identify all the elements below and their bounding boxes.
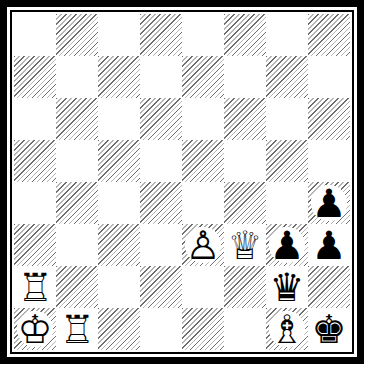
piece-white-queen-icon: ♕ — [224, 224, 266, 266]
piece-black-queen-icon: ♛ — [266, 266, 308, 308]
square-d7[interactable] — [140, 56, 182, 98]
piece-black-pawn-icon: ♟ — [266, 224, 308, 266]
square-e8[interactable] — [182, 14, 224, 56]
square-a7[interactable] — [14, 56, 56, 98]
square-a5[interactable] — [14, 140, 56, 182]
square-c6[interactable] — [98, 98, 140, 140]
square-f2[interactable] — [224, 266, 266, 308]
square-h4[interactable]: ♟ — [308, 182, 350, 224]
square-b2[interactable] — [56, 266, 98, 308]
square-g1[interactable]: ♗ — [266, 308, 308, 350]
square-e3[interactable]: ♙ — [182, 224, 224, 266]
chess-board: ♟♙♕♟♟♖♛♔♖♗♚ — [14, 14, 350, 350]
square-b6[interactable] — [56, 98, 98, 140]
square-a6[interactable] — [14, 98, 56, 140]
square-b5[interactable] — [56, 140, 98, 182]
square-h7[interactable] — [308, 56, 350, 98]
square-d2[interactable] — [140, 266, 182, 308]
square-g3[interactable]: ♟ — [266, 224, 308, 266]
piece-black-pawn-icon: ♟ — [308, 182, 350, 224]
board-frame: ♟♙♕♟♟♖♛♔♖♗♚ — [10, 10, 354, 354]
square-e4[interactable] — [182, 182, 224, 224]
square-a8[interactable] — [14, 14, 56, 56]
square-c5[interactable] — [98, 140, 140, 182]
piece-white-rook-icon: ♖ — [14, 266, 56, 308]
square-b7[interactable] — [56, 56, 98, 98]
square-g5[interactable] — [266, 140, 308, 182]
square-f4[interactable] — [224, 182, 266, 224]
square-h5[interactable] — [308, 140, 350, 182]
square-f1[interactable] — [224, 308, 266, 350]
square-b3[interactable] — [56, 224, 98, 266]
square-f5[interactable] — [224, 140, 266, 182]
square-a4[interactable] — [14, 182, 56, 224]
piece-white-king-icon: ♔ — [14, 308, 56, 350]
square-g7[interactable] — [266, 56, 308, 98]
square-d1[interactable] — [140, 308, 182, 350]
square-h8[interactable] — [308, 14, 350, 56]
square-b8[interactable] — [56, 14, 98, 56]
square-a1[interactable]: ♔ — [14, 308, 56, 350]
square-g4[interactable] — [266, 182, 308, 224]
square-g8[interactable] — [266, 14, 308, 56]
square-c4[interactable] — [98, 182, 140, 224]
square-h3[interactable]: ♟ — [308, 224, 350, 266]
square-e6[interactable] — [182, 98, 224, 140]
square-f7[interactable] — [224, 56, 266, 98]
square-h2[interactable] — [308, 266, 350, 308]
piece-black-pawn-icon: ♟ — [308, 224, 350, 266]
square-d8[interactable] — [140, 14, 182, 56]
square-e7[interactable] — [182, 56, 224, 98]
square-c7[interactable] — [98, 56, 140, 98]
square-d5[interactable] — [140, 140, 182, 182]
square-e2[interactable] — [182, 266, 224, 308]
square-f3[interactable]: ♕ — [224, 224, 266, 266]
piece-white-bishop-icon: ♗ — [266, 308, 308, 350]
square-h6[interactable] — [308, 98, 350, 140]
square-c2[interactable] — [98, 266, 140, 308]
square-h1[interactable]: ♚ — [308, 308, 350, 350]
square-e1[interactable] — [182, 308, 224, 350]
square-d3[interactable] — [140, 224, 182, 266]
square-c8[interactable] — [98, 14, 140, 56]
square-b1[interactable]: ♖ — [56, 308, 98, 350]
square-d6[interactable] — [140, 98, 182, 140]
square-b4[interactable] — [56, 182, 98, 224]
square-c3[interactable] — [98, 224, 140, 266]
square-a2[interactable]: ♖ — [14, 266, 56, 308]
chess-diagram: ♟♙♕♟♟♖♛♔♖♗♚ — [0, 0, 364, 364]
piece-white-rook-icon: ♖ — [56, 308, 98, 350]
piece-black-king-icon: ♚ — [308, 308, 350, 350]
square-f8[interactable] — [224, 14, 266, 56]
square-e5[interactable] — [182, 140, 224, 182]
square-a3[interactable] — [14, 224, 56, 266]
square-g2[interactable]: ♛ — [266, 266, 308, 308]
square-d4[interactable] — [140, 182, 182, 224]
square-g6[interactable] — [266, 98, 308, 140]
piece-white-pawn-icon: ♙ — [182, 224, 224, 266]
square-c1[interactable] — [98, 308, 140, 350]
square-f6[interactable] — [224, 98, 266, 140]
